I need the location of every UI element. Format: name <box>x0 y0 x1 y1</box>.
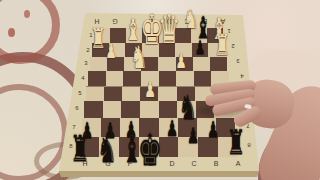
rank-label-left-5: 5 <box>78 90 81 96</box>
square-d4[interactable] <box>159 71 177 86</box>
rank-label-left-4: 4 <box>81 75 84 81</box>
file-label-bottom-c: C <box>191 160 196 167</box>
square-f6[interactable] <box>121 101 140 118</box>
square-f5[interactable] <box>122 87 140 101</box>
square-h6[interactable] <box>84 101 103 118</box>
black-rook-a8[interactable]: ♜ <box>227 125 246 159</box>
rank-row-4 <box>88 71 228 86</box>
square-b4[interactable] <box>194 71 212 86</box>
white-knight-f3[interactable]: ♞ <box>130 42 147 73</box>
rank-label-left-3: 3 <box>84 60 87 66</box>
file-label-bottom-b: B <box>214 160 219 167</box>
black-king-e8[interactable]: ♚ <box>138 128 162 172</box>
square-h5[interactable] <box>86 87 104 101</box>
chess-scene: HGFEDCBAHGFEDCBA1234567812345678 ♞♝♝♝♛♚♜… <box>0 0 320 180</box>
carpet-dot <box>8 28 15 37</box>
square-d3[interactable] <box>158 57 175 71</box>
rank-label-right-8: 8 <box>247 142 250 148</box>
square-g4[interactable] <box>106 71 124 86</box>
white-pawn-g2[interactable]: ♟ <box>105 41 116 61</box>
carpet-dot <box>24 10 30 18</box>
rank-label-left-2: 2 <box>86 47 89 53</box>
rank-label-right-2: 2 <box>231 43 234 49</box>
rank-label-right-4: 4 <box>240 73 243 79</box>
square-d5[interactable] <box>158 87 176 101</box>
file-label-bottom-d: D <box>169 160 174 167</box>
rank-label-left-6: 6 <box>75 105 78 111</box>
white-pawn-c3[interactable]: ♟ <box>175 51 186 71</box>
black-pawn-b7[interactable]: ♟ <box>207 119 219 141</box>
black-pawn-c7[interactable]: ♟ <box>187 125 199 147</box>
black-rook-h8[interactable]: ♜ <box>70 131 90 167</box>
square-b3[interactable] <box>193 57 210 71</box>
black-knight-g8[interactable]: ♞ <box>97 132 117 168</box>
black-knight-c6[interactable]: ♞ <box>179 90 198 124</box>
white-rook-h1[interactable]: ♜ <box>90 25 106 53</box>
white-rook-a2[interactable]: ♜ <box>214 31 230 60</box>
square-e6[interactable] <box>140 101 159 118</box>
file-label-top-g: G <box>112 18 117 25</box>
square-d6[interactable] <box>159 101 178 118</box>
rank-label-right-3: 3 <box>236 58 239 64</box>
square-g6[interactable] <box>103 101 122 118</box>
white-pawn-e4[interactable]: ♟ <box>144 80 156 101</box>
square-h4[interactable] <box>88 71 106 86</box>
black-pawn-b2[interactable]: ♟ <box>195 38 206 57</box>
black-pawn-d7[interactable]: ♟ <box>166 118 178 140</box>
square-g5[interactable] <box>104 87 122 101</box>
